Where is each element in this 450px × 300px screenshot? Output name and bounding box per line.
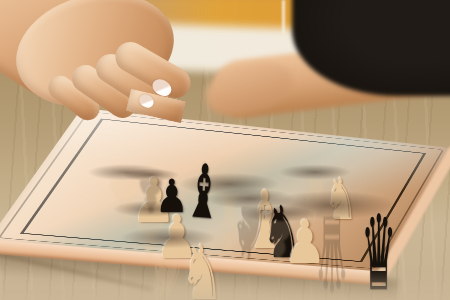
queen-glyph: ♛ (361, 201, 396, 300)
photo-stage: ♟♟♟♟♞♞♝♝♛♛♞♞♟♟♟♟♞♞♝♝ (0, 0, 450, 300)
knight-glyph: ♞ (181, 235, 223, 300)
bishop-glyph: ♝ (183, 153, 225, 229)
pawn-glyph: ♟ (283, 212, 326, 272)
player-hand[interactable] (0, 0, 235, 155)
